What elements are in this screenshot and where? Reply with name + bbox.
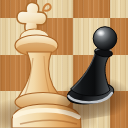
pawn-body	[71, 52, 112, 96]
black-pawn-piece	[0, 0, 128, 128]
pawn-head	[93, 27, 117, 51]
pawn-head-specular	[96, 29, 105, 36]
chess-app-icon[interactable]	[0, 0, 128, 128]
